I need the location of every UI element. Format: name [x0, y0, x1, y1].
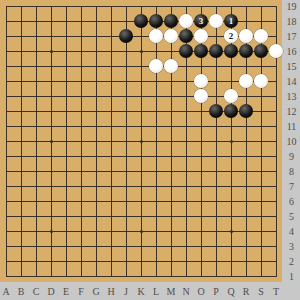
stone-white-S17[interactable] [254, 29, 268, 43]
stone-white-M15[interactable] [164, 59, 178, 73]
go-board[interactable]: 312 [0, 0, 282, 282]
row-label-14: 14 [283, 74, 300, 89]
stone-black-O16[interactable] [194, 44, 208, 58]
stone-black-Q16[interactable] [224, 44, 238, 58]
row-label-7: 7 [283, 179, 300, 194]
stone-black-L18[interactable] [149, 14, 163, 28]
column-label-M: M [164, 283, 179, 300]
stone-white-Q17[interactable]: 2 [224, 29, 238, 43]
move-number-label: 3 [199, 17, 204, 26]
column-label-K: K [134, 283, 149, 300]
row-label-13: 13 [283, 89, 300, 104]
stone-black-N17[interactable] [179, 29, 193, 43]
column-label-Q: Q [224, 283, 239, 300]
row-label-16: 16 [283, 44, 300, 59]
column-label-A: A [0, 283, 14, 300]
stone-black-P16[interactable] [209, 44, 223, 58]
column-label-C: C [29, 283, 44, 300]
stone-black-J17[interactable] [119, 29, 133, 43]
stone-black-K18[interactable] [134, 14, 148, 28]
row-label-17: 17 [283, 29, 300, 44]
row-label-3: 3 [283, 239, 300, 254]
row-label-8: 8 [283, 164, 300, 179]
stone-white-O13[interactable] [194, 89, 208, 103]
stone-black-M18[interactable] [164, 14, 178, 28]
stone-black-R12[interactable] [239, 104, 253, 118]
stone-white-O17[interactable] [194, 29, 208, 43]
stone-black-Q12[interactable] [224, 104, 238, 118]
row-label-2: 2 [283, 254, 300, 269]
move-number-label: 1 [229, 17, 234, 26]
row-label-9: 9 [283, 149, 300, 164]
move-number-label: 2 [229, 32, 234, 41]
stone-black-P12[interactable] [209, 104, 223, 118]
column-label-G: G [89, 283, 104, 300]
stone-white-S14[interactable] [254, 74, 268, 88]
stone-white-R14[interactable] [239, 74, 253, 88]
column-label-H: H [104, 283, 119, 300]
stone-black-S16[interactable] [254, 44, 268, 58]
row-label-15: 15 [283, 59, 300, 74]
row-label-10: 10 [283, 134, 300, 149]
stone-white-N18[interactable] [179, 14, 193, 28]
stone-white-O14[interactable] [194, 74, 208, 88]
column-label-N: N [179, 283, 194, 300]
stone-white-L15[interactable] [149, 59, 163, 73]
stone-white-P18[interactable] [209, 14, 223, 28]
row-label-12: 12 [283, 104, 300, 119]
stone-white-T16[interactable] [269, 44, 283, 58]
row-label-19: 19 [283, 0, 300, 14]
column-label-F: F [74, 283, 89, 300]
stone-black-Q18[interactable]: 1 [224, 14, 238, 28]
column-label-R: R [239, 283, 254, 300]
stone-white-R17[interactable] [239, 29, 253, 43]
column-label-L: L [149, 283, 164, 300]
row-label-1: 1 [283, 269, 300, 284]
stone-black-O18[interactable]: 3 [194, 14, 208, 28]
column-label-D: D [44, 283, 59, 300]
go-diagram: 312 19181716151413121110987654321 ABCDEF… [0, 0, 300, 300]
stone-white-L17[interactable] [149, 29, 163, 43]
column-label-J: J [119, 283, 134, 300]
row-label-4: 4 [283, 224, 300, 239]
row-label-18: 18 [283, 14, 300, 29]
stones-layer: 312 [0, 0, 284, 284]
column-label-P: P [209, 283, 224, 300]
row-label-5: 5 [283, 209, 300, 224]
row-label-11: 11 [283, 119, 300, 134]
column-label-O: O [194, 283, 209, 300]
stone-black-R16[interactable] [239, 44, 253, 58]
stone-white-Q13[interactable] [224, 89, 238, 103]
stone-black-N16[interactable] [179, 44, 193, 58]
column-label-B: B [14, 283, 29, 300]
stone-white-M17[interactable] [164, 29, 178, 43]
row-label-6: 6 [283, 194, 300, 209]
column-label-S: S [254, 283, 269, 300]
column-label-E: E [59, 283, 74, 300]
column-label-T: T [269, 283, 284, 300]
